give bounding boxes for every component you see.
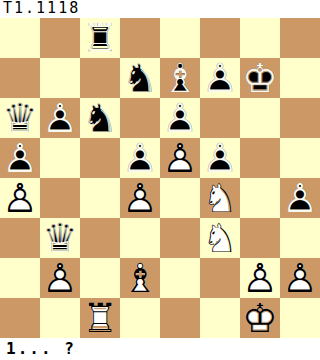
square-f4[interactable]: ♞♘ [200, 178, 240, 218]
white-pawn-glyph-outline: ♙ [40, 258, 80, 298]
square-d6[interactable] [120, 98, 160, 138]
square-g1[interactable]: ♚♔ [240, 298, 280, 338]
square-a4[interactable]: ♟♙ [0, 178, 40, 218]
piece-black-knight[interactable]: ♞♘ [80, 98, 120, 138]
piece-white-pawn[interactable]: ♟♙ [120, 178, 160, 218]
piece-white-bishop[interactable]: ♝♗ [120, 258, 160, 298]
square-c1[interactable]: ♜♖ [80, 298, 120, 338]
square-g2[interactable]: ♟♙ [240, 258, 280, 298]
piece-black-rook[interactable]: ♜♖ [80, 18, 120, 58]
square-g7[interactable]: ♚♔ [240, 58, 280, 98]
square-e7[interactable]: ♝♗ [160, 58, 200, 98]
white-pawn-glyph-outline: ♙ [0, 178, 40, 218]
black-pawn-glyph-outline: ♙ [200, 138, 240, 178]
square-b8[interactable] [40, 18, 80, 58]
square-f5[interactable]: ♟♙ [200, 138, 240, 178]
square-f1[interactable] [200, 298, 240, 338]
square-e3[interactable] [160, 218, 200, 258]
white-king-glyph-outline: ♔ [240, 298, 280, 338]
square-g8[interactable] [240, 18, 280, 58]
white-pawn-glyph-outline: ♙ [280, 258, 320, 298]
black-knight-glyph-outline: ♘ [120, 58, 160, 98]
square-a5[interactable]: ♟♙ [0, 138, 40, 178]
square-d5[interactable]: ♟♙ [120, 138, 160, 178]
piece-black-pawn[interactable]: ♟♙ [160, 98, 200, 138]
square-f3[interactable]: ♞♘ [200, 218, 240, 258]
black-pawn-glyph-outline: ♙ [280, 178, 320, 218]
square-a7[interactable] [0, 58, 40, 98]
piece-black-knight[interactable]: ♞♘ [120, 58, 160, 98]
black-pawn-glyph-outline: ♙ [160, 98, 200, 138]
square-g3[interactable] [240, 218, 280, 258]
square-e8[interactable] [160, 18, 200, 58]
puzzle-id: T1.1118 [0, 0, 320, 18]
piece-black-pawn[interactable]: ♟♙ [40, 98, 80, 138]
square-c4[interactable] [80, 178, 120, 218]
piece-black-pawn[interactable]: ♟♙ [120, 138, 160, 178]
black-pawn-glyph-outline: ♙ [40, 98, 80, 138]
white-pawn-glyph-outline: ♙ [120, 178, 160, 218]
square-h8[interactable] [280, 18, 320, 58]
square-a1[interactable] [0, 298, 40, 338]
square-b7[interactable] [40, 58, 80, 98]
white-rook-glyph-outline: ♖ [80, 298, 120, 338]
square-a2[interactable] [0, 258, 40, 298]
black-knight-glyph-outline: ♘ [80, 98, 120, 138]
square-h6[interactable] [280, 98, 320, 138]
square-c3[interactable] [80, 218, 120, 258]
square-h2[interactable]: ♟♙ [280, 258, 320, 298]
square-c7[interactable] [80, 58, 120, 98]
square-d4[interactable]: ♟♙ [120, 178, 160, 218]
black-queen-glyph-outline: ♕ [40, 218, 80, 258]
square-h3[interactable] [280, 218, 320, 258]
square-a8[interactable] [0, 18, 40, 58]
square-c8[interactable]: ♜♖ [80, 18, 120, 58]
piece-black-king[interactable]: ♚♔ [240, 58, 280, 98]
move-prompt: 1... ? [0, 338, 320, 360]
piece-white-rook[interactable]: ♜♖ [80, 298, 120, 338]
piece-black-queen[interactable]: ♛♕ [40, 218, 80, 258]
piece-black-queen[interactable]: ♛♕ [0, 98, 40, 138]
square-d2[interactable]: ♝♗ [120, 258, 160, 298]
square-f2[interactable] [200, 258, 240, 298]
square-d1[interactable] [120, 298, 160, 338]
piece-white-pawn[interactable]: ♟♙ [240, 258, 280, 298]
square-e4[interactable] [160, 178, 200, 218]
white-pawn-glyph-outline: ♙ [160, 138, 200, 178]
square-c5[interactable] [80, 138, 120, 178]
square-h7[interactable] [280, 58, 320, 98]
square-h4[interactable]: ♟♙ [280, 178, 320, 218]
piece-black-pawn[interactable]: ♟♙ [200, 58, 240, 98]
square-b6[interactable]: ♟♙ [40, 98, 80, 138]
square-e2[interactable] [160, 258, 200, 298]
piece-white-knight[interactable]: ♞♘ [200, 218, 240, 258]
white-pawn-glyph-outline: ♙ [240, 258, 280, 298]
black-bishop-glyph-outline: ♗ [160, 58, 200, 98]
square-d8[interactable] [120, 18, 160, 58]
square-f6[interactable] [200, 98, 240, 138]
piece-white-pawn[interactable]: ♟♙ [40, 258, 80, 298]
piece-black-pawn[interactable]: ♟♙ [280, 178, 320, 218]
square-b4[interactable] [40, 178, 80, 218]
piece-white-pawn[interactable]: ♟♙ [280, 258, 320, 298]
black-rook-glyph-outline: ♖ [80, 18, 120, 58]
piece-white-king[interactable]: ♚♔ [240, 298, 280, 338]
square-a3[interactable] [0, 218, 40, 258]
piece-black-bishop[interactable]: ♝♗ [160, 58, 200, 98]
piece-white-pawn[interactable]: ♟♙ [0, 178, 40, 218]
white-bishop-glyph-outline: ♗ [120, 258, 160, 298]
square-b5[interactable] [40, 138, 80, 178]
white-knight-glyph-outline: ♘ [200, 218, 240, 258]
square-a6[interactable]: ♛♕ [0, 98, 40, 138]
square-h1[interactable] [280, 298, 320, 338]
square-g5[interactable] [240, 138, 280, 178]
square-d3[interactable] [120, 218, 160, 258]
square-b2[interactable]: ♟♙ [40, 258, 80, 298]
piece-black-pawn[interactable]: ♟♙ [200, 138, 240, 178]
square-b1[interactable] [40, 298, 80, 338]
square-e5[interactable]: ♟♙ [160, 138, 200, 178]
square-f7[interactable]: ♟♙ [200, 58, 240, 98]
chess-board: ♜♖♞♘♝♗♟♙♚♔♛♕♟♙♞♘♟♙♟♙♟♙♟♙♟♙♟♙♟♙♞♘♟♙♛♕♞♘♟♙… [0, 18, 320, 338]
puzzle-window: T1.1118 ♜♖♞♘♝♗♟♙♚♔♛♕♟♙♞♘♟♙♟♙♟♙♟♙♟♙♟♙♟♙♞♘… [0, 0, 320, 360]
piece-white-knight[interactable]: ♞♘ [200, 178, 240, 218]
white-knight-glyph-outline: ♘ [200, 178, 240, 218]
square-e6[interactable]: ♟♙ [160, 98, 200, 138]
black-pawn-glyph-outline: ♙ [200, 58, 240, 98]
piece-black-pawn[interactable]: ♟♙ [0, 138, 40, 178]
square-d7[interactable]: ♞♘ [120, 58, 160, 98]
square-g4[interactable] [240, 178, 280, 218]
black-pawn-glyph-outline: ♙ [120, 138, 160, 178]
square-c6[interactable]: ♞♘ [80, 98, 120, 138]
black-queen-glyph-outline: ♕ [0, 98, 40, 138]
black-pawn-glyph-outline: ♙ [0, 138, 40, 178]
square-c2[interactable] [80, 258, 120, 298]
piece-white-pawn[interactable]: ♟♙ [160, 138, 200, 178]
square-f8[interactable] [200, 18, 240, 58]
square-g6[interactable] [240, 98, 280, 138]
square-e1[interactable] [160, 298, 200, 338]
square-h5[interactable] [280, 138, 320, 178]
square-b3[interactable]: ♛♕ [40, 218, 80, 258]
black-king-glyph-outline: ♔ [240, 58, 280, 98]
